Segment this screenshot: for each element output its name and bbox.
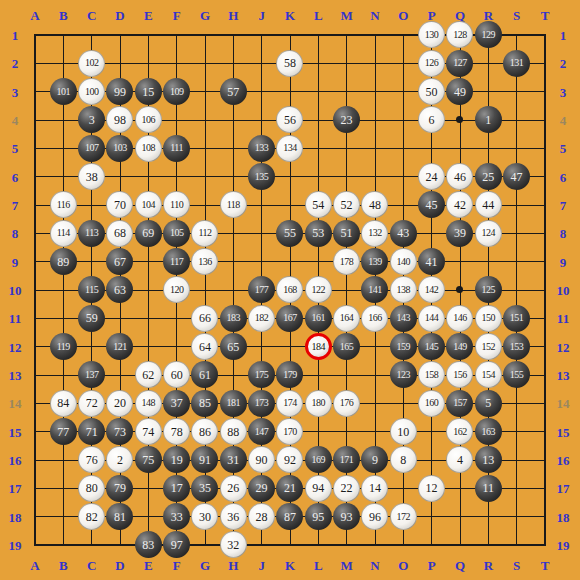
stone[interactable]: 132 xyxy=(361,220,388,247)
stone[interactable]: 130 xyxy=(418,21,445,48)
stone[interactable]: 54 xyxy=(305,191,332,218)
stone[interactable]: 103 xyxy=(106,135,133,162)
stone[interactable]: 51 xyxy=(333,220,360,247)
stone[interactable]: 8 xyxy=(390,446,417,473)
stone[interactable]: 71 xyxy=(78,418,105,445)
stone[interactable]: 153 xyxy=(503,333,530,360)
stone[interactable]: 118 xyxy=(220,191,247,218)
stone[interactable]: 47 xyxy=(503,163,530,190)
stone[interactable]: 161 xyxy=(305,305,332,332)
stone[interactable]: 21 xyxy=(276,475,303,502)
stone[interactable]: 69 xyxy=(135,220,162,247)
stone[interactable]: 163 xyxy=(475,418,502,445)
stone[interactable]: 183 xyxy=(220,305,247,332)
stone[interactable]: 37 xyxy=(163,390,190,417)
stone[interactable]: 126 xyxy=(418,50,445,77)
stone[interactable]: 75 xyxy=(135,446,162,473)
stone[interactable]: 20 xyxy=(106,390,133,417)
stone[interactable]: 108 xyxy=(135,135,162,162)
stone[interactable]: 131 xyxy=(503,50,530,77)
stone[interactable]: 137 xyxy=(78,361,105,388)
stone[interactable]: 133 xyxy=(248,135,275,162)
stone[interactable]: 162 xyxy=(446,418,473,445)
stone[interactable]: 44 xyxy=(475,191,502,218)
stone[interactable]: 146 xyxy=(446,305,473,332)
stone[interactable]: 180 xyxy=(305,390,332,417)
stone[interactable]: 65 xyxy=(220,333,247,360)
stone[interactable]: 134 xyxy=(276,135,303,162)
stone[interactable]: 97 xyxy=(163,531,190,558)
stone[interactable]: 151 xyxy=(503,305,530,332)
stone[interactable]: 125 xyxy=(475,276,502,303)
stone[interactable]: 1 xyxy=(475,106,502,133)
stone[interactable]: 165 xyxy=(333,333,360,360)
stone[interactable]: 157 xyxy=(446,390,473,417)
stone[interactable]: 94 xyxy=(305,475,332,502)
stone[interactable]: 175 xyxy=(248,361,275,388)
stone[interactable]: 149 xyxy=(446,333,473,360)
stone[interactable]: 36 xyxy=(220,503,247,530)
stone[interactable]: 120 xyxy=(163,276,190,303)
stone[interactable]: 158 xyxy=(418,361,445,388)
stone[interactable]: 74 xyxy=(135,418,162,445)
stone[interactable]: 83 xyxy=(135,531,162,558)
stone[interactable]: 11 xyxy=(475,475,502,502)
stone[interactable]: 9 xyxy=(361,446,388,473)
stone[interactable]: 72 xyxy=(78,390,105,417)
stone[interactable]: 116 xyxy=(50,191,77,218)
stone[interactable]: 73 xyxy=(106,418,133,445)
stone[interactable]: 119 xyxy=(50,333,77,360)
stone[interactable]: 76 xyxy=(78,446,105,473)
stone[interactable]: 109 xyxy=(163,78,190,105)
stone[interactable]: 23 xyxy=(333,106,360,133)
stone[interactable]: 160 xyxy=(418,390,445,417)
stone[interactable]: 145 xyxy=(418,333,445,360)
stone[interactable]: 49 xyxy=(446,78,473,105)
stone[interactable]: 181 xyxy=(220,390,247,417)
stone[interactable]: 90 xyxy=(248,446,275,473)
stone[interactable]: 89 xyxy=(50,248,77,275)
hoshi-point xyxy=(456,286,463,293)
stone[interactable]: 127 xyxy=(446,50,473,77)
stone[interactable]: 66 xyxy=(191,305,218,332)
stone[interactable]: 117 xyxy=(163,248,190,275)
stone[interactable]: 176 xyxy=(333,390,360,417)
stone[interactable]: 13 xyxy=(475,446,502,473)
stone[interactable]: 113 xyxy=(78,220,105,247)
stone[interactable]: 141 xyxy=(361,276,388,303)
stone[interactable]: 148 xyxy=(135,390,162,417)
stone[interactable]: 68 xyxy=(106,220,133,247)
stone[interactable]: 52 xyxy=(333,191,360,218)
stone[interactable]: 107 xyxy=(78,135,105,162)
stone[interactable]: 77 xyxy=(50,418,77,445)
stone[interactable]: 79 xyxy=(106,475,133,502)
stone[interactable]: 33 xyxy=(163,503,190,530)
stone[interactable]: 24 xyxy=(418,163,445,190)
stone[interactable]: 112 xyxy=(191,220,218,247)
stone[interactable]: 5 xyxy=(475,390,502,417)
stone[interactable]: 105 xyxy=(163,220,190,247)
stone[interactable]: 6 xyxy=(418,106,445,133)
stone[interactable]: 82 xyxy=(78,503,105,530)
stone[interactable]: 171 xyxy=(333,446,360,473)
stone[interactable]: 172 xyxy=(390,503,417,530)
stone[interactable]: 26 xyxy=(220,475,247,502)
stone[interactable]: 99 xyxy=(106,78,133,105)
stone[interactable]: 144 xyxy=(418,305,445,332)
stone[interactable]: 80 xyxy=(78,475,105,502)
stone[interactable]: 129 xyxy=(475,21,502,48)
stone[interactable]: 154 xyxy=(475,361,502,388)
stone[interactable]: 60 xyxy=(163,361,190,388)
stone[interactable]: 114 xyxy=(50,220,77,247)
stone[interactable]: 177 xyxy=(248,276,275,303)
stone[interactable]: 81 xyxy=(106,503,133,530)
stone[interactable]: 46 xyxy=(446,163,473,190)
stone[interactable]: 57 xyxy=(220,78,247,105)
stone[interactable]: 86 xyxy=(191,418,218,445)
stone[interactable]: 70 xyxy=(106,191,133,218)
stone[interactable]: 166 xyxy=(361,305,388,332)
stone[interactable]: 42 xyxy=(446,191,473,218)
stone[interactable]: 168 xyxy=(276,276,303,303)
stone[interactable]: 17 xyxy=(163,475,190,502)
stone[interactable]: 67 xyxy=(106,248,133,275)
stone[interactable]: 111 xyxy=(163,135,190,162)
stone[interactable]: 61 xyxy=(191,361,218,388)
stone[interactable]: 84 xyxy=(50,390,77,417)
stone[interactable]: 96 xyxy=(361,503,388,530)
stone[interactable]: 25 xyxy=(475,163,502,190)
stone[interactable]: 135 xyxy=(248,163,275,190)
stone[interactable]: 102 xyxy=(78,50,105,77)
stone[interactable]: 4 xyxy=(446,446,473,473)
stone[interactable]: 169 xyxy=(305,446,332,473)
stone[interactable]: 156 xyxy=(446,361,473,388)
stone[interactable]: 32 xyxy=(220,531,247,558)
stone[interactable]: 50 xyxy=(418,78,445,105)
stone[interactable]: 56 xyxy=(276,106,303,133)
stone[interactable]: 143 xyxy=(390,305,417,332)
stone[interactable]: 122 xyxy=(305,276,332,303)
stone[interactable]: 123 xyxy=(390,361,417,388)
intersections-grid[interactable]: 1301281291025812612713110110099151095750… xyxy=(21,21,559,559)
stone[interactable]: 35 xyxy=(191,475,218,502)
stone[interactable]: 39 xyxy=(446,220,473,247)
stone[interactable]: 12 xyxy=(418,475,445,502)
stone[interactable]: 167 xyxy=(276,305,303,332)
stone[interactable]: 62 xyxy=(135,361,162,388)
stone[interactable]: 170 xyxy=(276,418,303,445)
stone[interactable]: 138 xyxy=(390,276,417,303)
stone[interactable]: 88 xyxy=(220,418,247,445)
stone[interactable]: 53 xyxy=(305,220,332,247)
stone[interactable]: 115 xyxy=(78,276,105,303)
hoshi-point xyxy=(456,116,463,123)
stone[interactable]: 100 xyxy=(78,78,105,105)
stone[interactable]: 58 xyxy=(276,50,303,77)
stone[interactable]: 31 xyxy=(220,446,247,473)
stone[interactable]: 159 xyxy=(390,333,417,360)
stone[interactable]: 93 xyxy=(333,503,360,530)
stone[interactable]: 59 xyxy=(78,305,105,332)
stone[interactable]: 55 xyxy=(276,220,303,247)
stone[interactable]: 14 xyxy=(361,475,388,502)
stone[interactable]: 110 xyxy=(163,191,190,218)
stone[interactable]: 38 xyxy=(78,163,105,190)
stone[interactable]: 140 xyxy=(390,248,417,275)
stone[interactable]: 30 xyxy=(191,503,218,530)
stone[interactable]: 150 xyxy=(475,305,502,332)
stone[interactable]: 173 xyxy=(248,390,275,417)
stone[interactable]: 95 xyxy=(305,503,332,530)
stone[interactable]: 174 xyxy=(276,390,303,417)
stone[interactable]: 43 xyxy=(390,220,417,247)
stone[interactable]: 101 xyxy=(50,78,77,105)
stone[interactable]: 152 xyxy=(475,333,502,360)
stone[interactable]: 139 xyxy=(361,248,388,275)
stone[interactable]: 87 xyxy=(276,503,303,530)
last-move-stone[interactable]: 184 xyxy=(305,333,332,360)
stone[interactable]: 22 xyxy=(333,475,360,502)
stone[interactable]: 147 xyxy=(248,418,275,445)
stone[interactable]: 121 xyxy=(106,333,133,360)
stone[interactable]: 63 xyxy=(106,276,133,303)
go-board[interactable]: AABBCCDDEEFFGGHHJJKKLLMMNNOOPPQQRRSSTT11… xyxy=(0,0,580,580)
stone[interactable]: 164 xyxy=(333,305,360,332)
stone[interactable]: 29 xyxy=(248,475,275,502)
stone[interactable]: 91 xyxy=(191,446,218,473)
stone[interactable]: 98 xyxy=(106,106,133,133)
stone[interactable]: 106 xyxy=(135,106,162,133)
stone[interactable]: 92 xyxy=(276,446,303,473)
stone[interactable]: 15 xyxy=(135,78,162,105)
stone[interactable]: 178 xyxy=(333,248,360,275)
stone[interactable]: 10 xyxy=(390,418,417,445)
stone[interactable]: 128 xyxy=(446,21,473,48)
stone[interactable]: 104 xyxy=(135,191,162,218)
stone[interactable]: 78 xyxy=(163,418,190,445)
stone[interactable]: 48 xyxy=(361,191,388,218)
stone[interactable]: 179 xyxy=(276,361,303,388)
stone[interactable]: 19 xyxy=(163,446,190,473)
stone[interactable]: 2 xyxy=(106,446,133,473)
stone[interactable]: 124 xyxy=(475,220,502,247)
stone[interactable]: 28 xyxy=(248,503,275,530)
stone[interactable]: 182 xyxy=(248,305,275,332)
stone[interactable]: 45 xyxy=(418,191,445,218)
stone[interactable]: 155 xyxy=(503,361,530,388)
stone[interactable]: 136 xyxy=(191,248,218,275)
stone[interactable]: 64 xyxy=(191,333,218,360)
stone[interactable]: 85 xyxy=(191,390,218,417)
stone[interactable]: 3 xyxy=(78,106,105,133)
stone[interactable]: 41 xyxy=(418,248,445,275)
stone[interactable]: 142 xyxy=(418,276,445,303)
